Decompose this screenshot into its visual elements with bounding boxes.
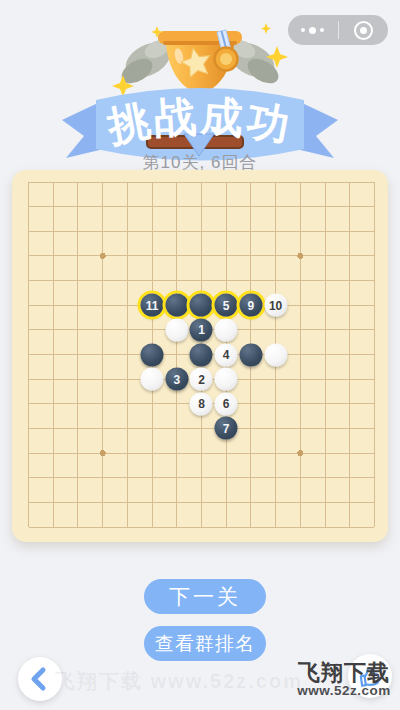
chevron-left-icon <box>27 666 53 692</box>
gomoku-board: 1159101432867 <box>12 170 388 542</box>
stone-black-9: 9 <box>239 294 262 317</box>
stone-black <box>190 294 213 317</box>
stone-white-10: 10 <box>264 294 287 317</box>
group-ranking-button[interactable]: 查看群排名 <box>144 626 266 661</box>
stone-black <box>239 343 262 366</box>
stone-black <box>190 343 213 366</box>
watermark-title: 飞翔下载 <box>292 661 396 684</box>
stone-white <box>264 343 287 366</box>
stone-white <box>141 368 164 391</box>
stone-white-2: 2 <box>190 368 213 391</box>
stone-black-11: 11 <box>141 294 164 317</box>
stone-white <box>215 318 238 341</box>
stone-white-6: 6 <box>215 392 238 415</box>
stones-layer: 1159101432867 <box>12 170 388 542</box>
trophy-illustration: 挑战成功 <box>0 0 400 170</box>
ghost-watermark: 飞翔下载 www.52z.com 飞翔下载 <box>55 668 305 695</box>
stone-black-7: 7 <box>215 417 238 440</box>
next-level-button[interactable]: 下一关 <box>144 579 266 614</box>
stone-black-1: 1 <box>190 318 213 341</box>
watermark-url: www.52z.com <box>292 684 396 698</box>
stone-white-4: 4 <box>215 343 238 366</box>
watermark: 飞翔下载 www.52z.com <box>292 661 396 698</box>
stone-white-8: 8 <box>190 392 213 415</box>
stone-black-5: 5 <box>215 294 238 317</box>
stone-black <box>165 294 188 317</box>
stone-black-3: 3 <box>165 368 188 391</box>
app: { "game": "gomoku", "header": { "banner_… <box>0 0 400 710</box>
stone-white <box>215 368 238 391</box>
banner-ribbon: 挑战成功 <box>62 88 338 161</box>
stone-black <box>141 343 164 366</box>
stone-white <box>165 318 188 341</box>
